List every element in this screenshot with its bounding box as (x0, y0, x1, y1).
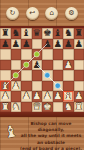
bishop-illustration: ♝ (0, 118, 22, 149)
piece-wR: ♜ (1, 101, 10, 112)
tutorial-line-2: all the way until it meets an obstacle (20, 133, 82, 145)
piece-wQ: ♛ (32, 101, 41, 112)
square-f6[interactable] (53, 49, 64, 60)
square-h1[interactable]: ♜ (74, 102, 85, 113)
piece-bP: ♟ (53, 38, 62, 49)
square-h5[interactable] (74, 60, 85, 71)
square-a7[interactable]: ♟ (0, 39, 11, 50)
square-f4[interactable] (53, 70, 64, 81)
piece-wN: ♞ (64, 101, 73, 112)
square-e5[interactable] (42, 60, 53, 71)
square-a6[interactable] (0, 49, 11, 60)
square-e4[interactable] (42, 70, 53, 81)
square-f2[interactable]: ♟ (53, 91, 64, 102)
square-d1[interactable]: ♛ (32, 102, 43, 113)
square-d5[interactable]: ♟ (32, 60, 43, 71)
app-screen: ↻ ↩ ⌂ ⚙ ♜♞♝♛♚♝♞♜♟♟♟♟♟♟♟♟♟♝♟♟♟♟♟♟♝♟♜♞♛♚♞♜… (0, 0, 84, 150)
square-a1[interactable]: ♜ (0, 102, 11, 113)
piece-wN: ♞ (11, 101, 20, 112)
square-c5[interactable] (21, 60, 32, 71)
square-b7[interactable]: ♟ (11, 39, 22, 50)
tutorial-line-3: (end of board or a piece). (20, 146, 82, 150)
square-g5[interactable]: ♟ (63, 60, 74, 71)
square-d7[interactable] (32, 39, 43, 50)
piece-wP: ♟ (11, 80, 20, 91)
square-c6[interactable] (21, 49, 32, 60)
piece-bP: ♟ (74, 38, 83, 49)
gear-icon: ⚙ (68, 10, 74, 17)
square-c7[interactable]: ♟ (21, 39, 32, 50)
restart-icon: ↻ (10, 10, 16, 17)
undo-icon: ↩ (29, 10, 35, 17)
square-h4[interactable] (74, 70, 85, 81)
piece-wP: ♟ (53, 91, 62, 102)
square-e7[interactable]: ♟ (42, 39, 53, 50)
square-a5[interactable] (0, 60, 11, 71)
piece-bP: ♟ (32, 59, 41, 70)
home-icon: ⌂ (50, 10, 54, 17)
piece-wK: ♚ (43, 101, 52, 112)
settings-button[interactable]: ⚙ (65, 7, 78, 20)
tutorial-panel: ♝ Bishop can move diagonally, all the wa… (0, 117, 84, 150)
square-c4[interactable] (21, 70, 32, 81)
piece-wR: ♜ (74, 101, 83, 112)
square-f7[interactable]: ♟ (53, 39, 64, 50)
square-g7[interactable]: ♟ (63, 39, 74, 50)
square-c2[interactable]: ♟ (21, 91, 32, 102)
square-b5[interactable] (11, 60, 22, 71)
undo-button[interactable]: ↩ (26, 7, 39, 20)
piece-bP: ♟ (11, 38, 20, 49)
square-d4[interactable] (32, 70, 43, 81)
home-button[interactable]: ⌂ (45, 7, 58, 20)
tutorial-caption: Bishop can move diagonally, all the way … (20, 121, 82, 150)
restart-button[interactable]: ↻ (6, 7, 19, 20)
square-h7[interactable]: ♟ (74, 39, 85, 50)
square-e1[interactable]: ♚ (42, 102, 53, 113)
square-c1[interactable] (21, 102, 32, 113)
square-b6[interactable] (11, 49, 22, 60)
piece-bP: ♟ (43, 38, 52, 49)
square-g1[interactable]: ♞ (63, 102, 74, 113)
piece-wP: ♟ (22, 91, 31, 102)
square-f1[interactable] (53, 102, 64, 113)
square-f5[interactable] (53, 60, 64, 71)
piece-bP: ♟ (1, 38, 10, 49)
toolbar: ↻ ↩ ⌂ ⚙ (0, 0, 84, 28)
chess-board: ♜♞♝♛♚♝♞♜♟♟♟♟♟♟♟♟♟♝♟♟♟♟♟♟♝♟♜♞♛♚♞♜ (0, 28, 84, 112)
piece-wP: ♟ (64, 59, 73, 70)
piece-bP: ♟ (64, 38, 73, 49)
square-g4[interactable] (63, 70, 74, 81)
square-h6[interactable] (74, 49, 85, 60)
tutorial-line-1: Bishop can move diagonally, (20, 121, 82, 133)
piece-bP: ♟ (22, 38, 31, 49)
square-e6[interactable] (42, 49, 53, 60)
piece-bQ: ♛ (32, 28, 41, 39)
square-b3[interactable]: ♟ (11, 81, 22, 92)
square-d8[interactable]: ♛ (32, 28, 43, 39)
square-b1[interactable]: ♞ (11, 102, 22, 113)
